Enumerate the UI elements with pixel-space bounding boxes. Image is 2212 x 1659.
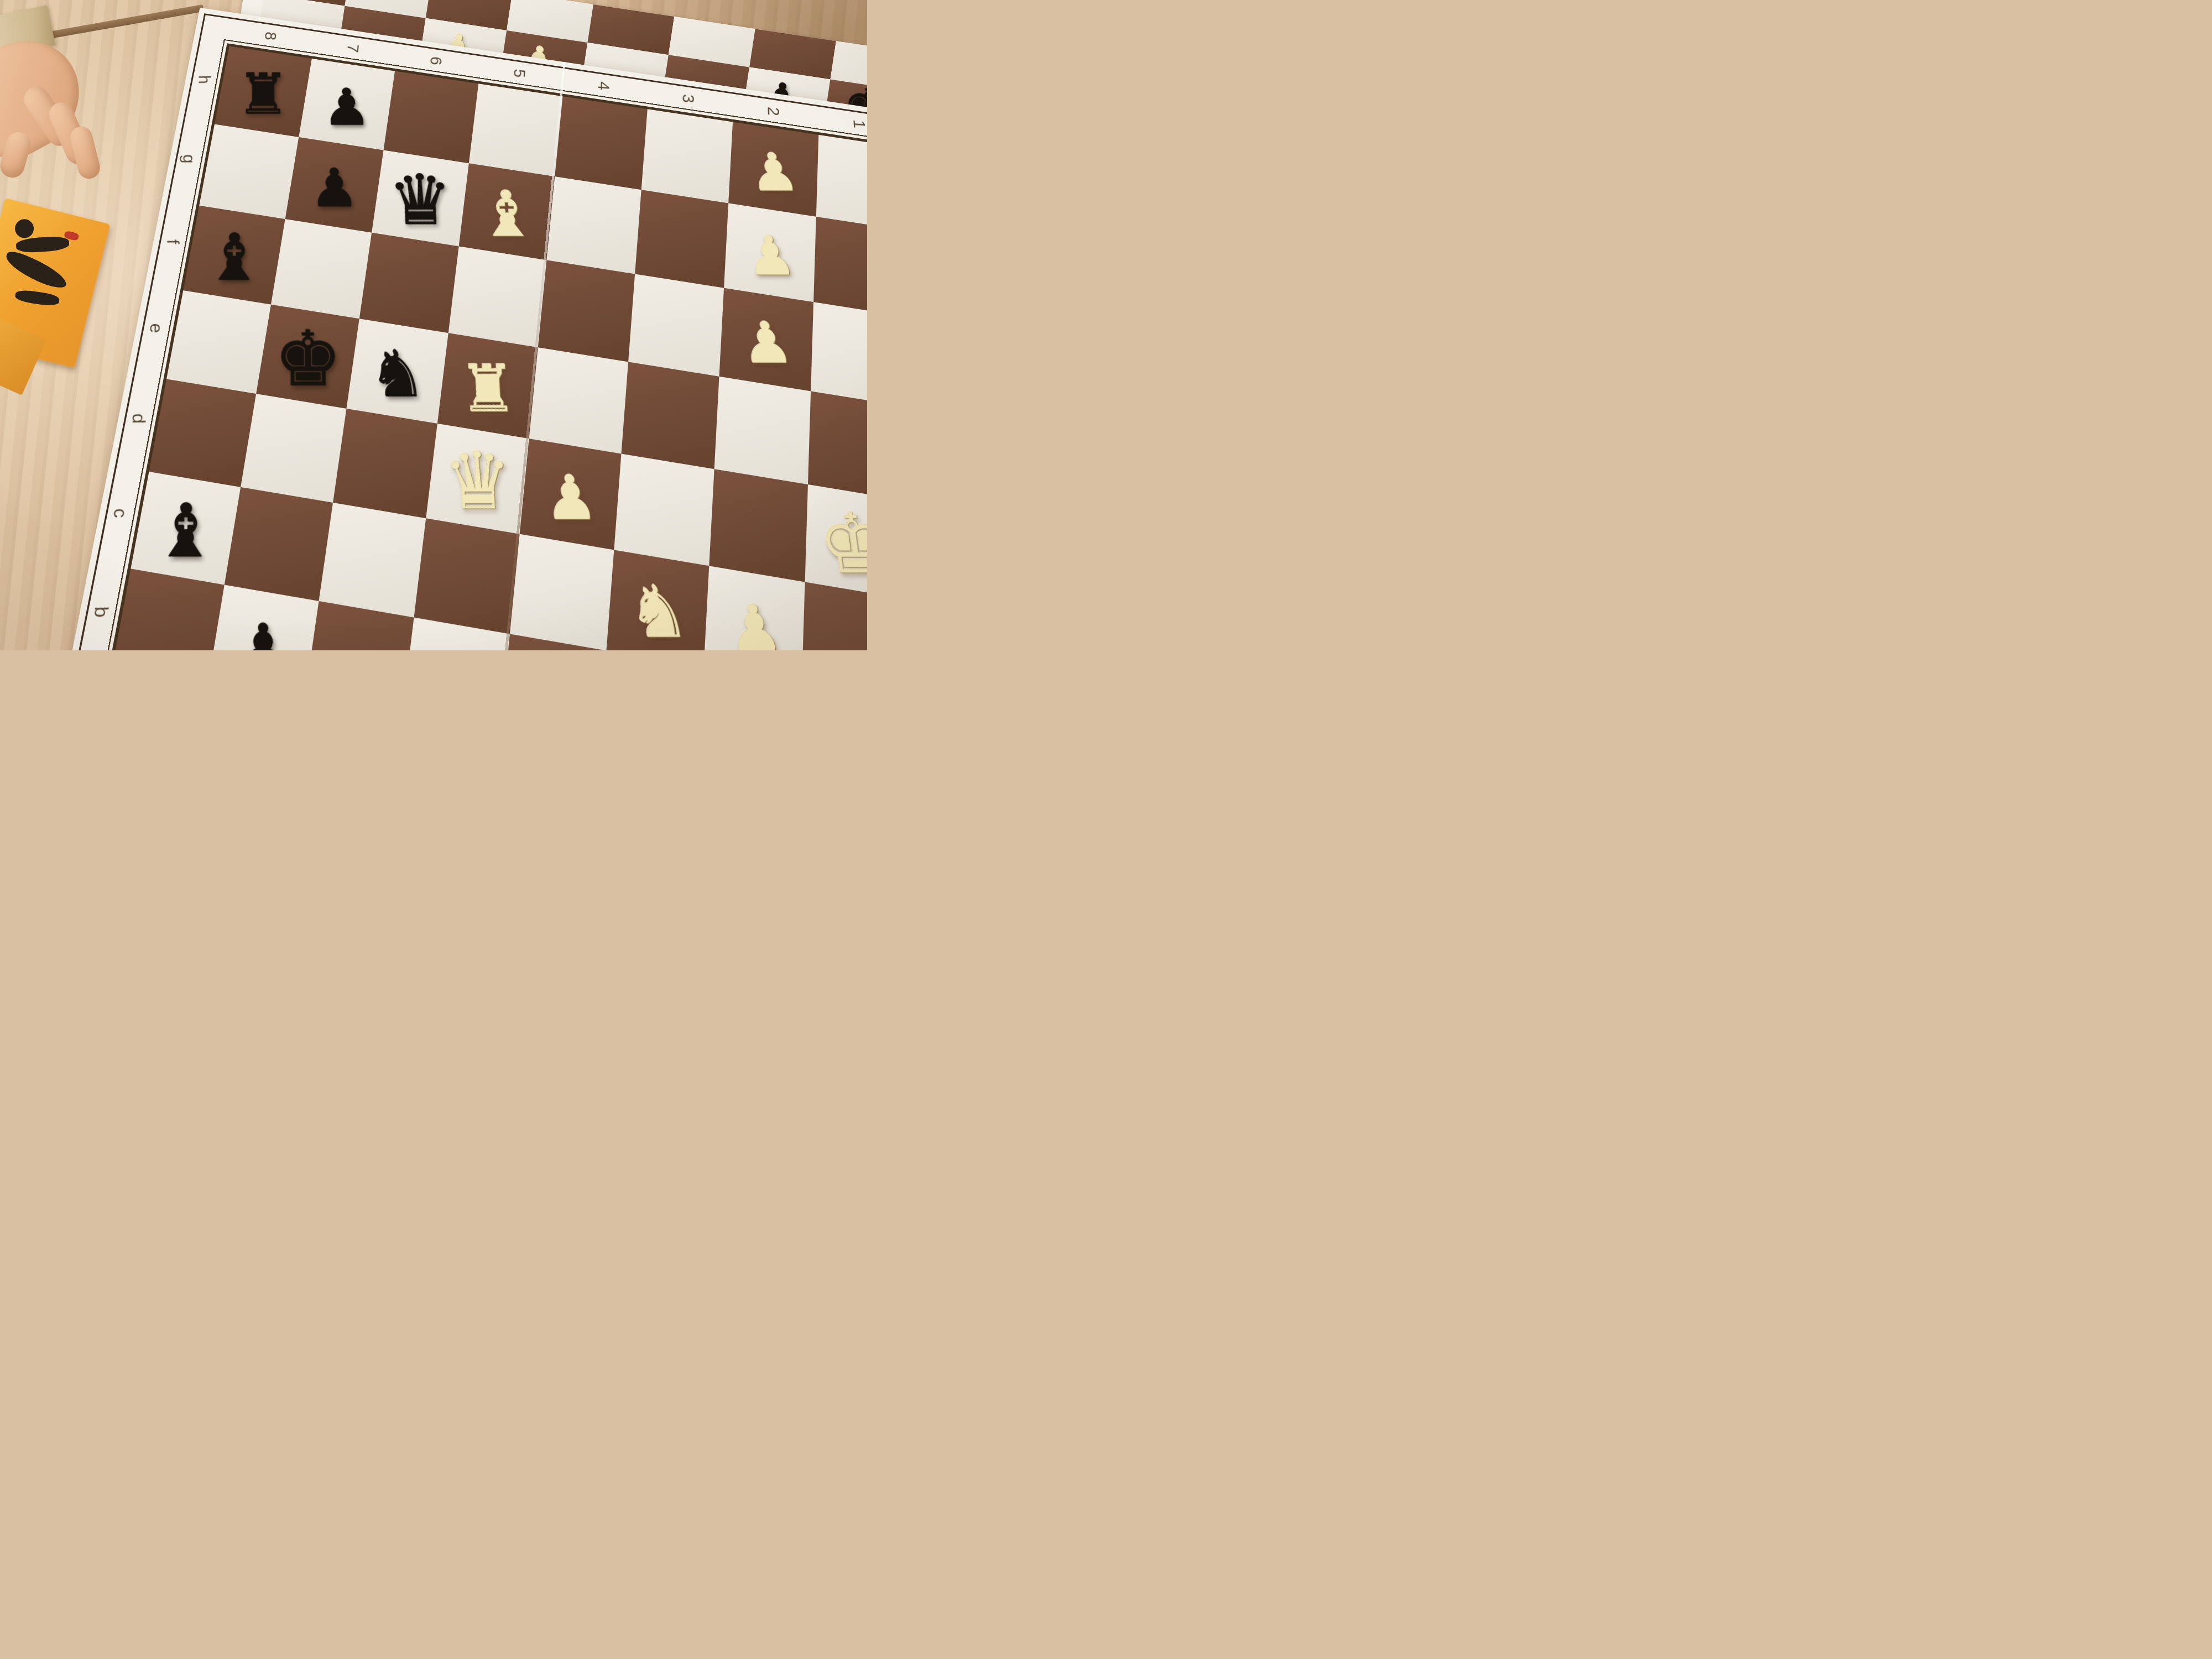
square-d6 — [333, 409, 437, 518]
square-d8 — [149, 379, 256, 487]
square-d7 — [241, 394, 346, 503]
square-f8: ♝ — [183, 206, 285, 305]
black-bishop-f8: ♝ — [204, 226, 264, 290]
square-f4 — [538, 260, 635, 362]
square-e3 — [622, 362, 719, 469]
black-queen-g6: ♛ — [387, 166, 454, 235]
white-pawn-g2: ♟ — [742, 229, 799, 283]
square-g4 — [546, 176, 641, 274]
white-pawn-d4: ♟ — [542, 467, 599, 528]
square-g7: ♟ — [285, 137, 384, 233]
square-d3 — [614, 454, 714, 566]
white-rook-e5: ♜ — [457, 356, 518, 421]
white-bishop-g5: ♝ — [476, 183, 538, 246]
black-pawn-b7: ♟ — [236, 615, 290, 650]
square-d4: ♟ — [520, 439, 622, 550]
square-h3 — [641, 109, 733, 203]
black-pawn-g7: ♟ — [310, 162, 359, 215]
square-c7 — [225, 487, 333, 601]
black-bishop-c8: ♝ — [153, 494, 218, 568]
square-g1 — [813, 217, 867, 316]
black-rook-h8: ♜ — [236, 66, 290, 122]
white-pawn-h2: ♟ — [747, 147, 802, 199]
square-h8: ♜ — [215, 46, 312, 137]
square-h5 — [469, 84, 563, 176]
square-e5: ♜ — [437, 333, 538, 439]
black-king-e7: ♚ — [274, 321, 342, 397]
square-g5: ♝ — [459, 163, 555, 260]
square-c3: ♞ — [607, 550, 709, 650]
square-f7 — [271, 219, 372, 319]
white-king-d1: ♚ — [813, 502, 867, 585]
square-h7: ♟ — [299, 59, 395, 150]
square-h4 — [555, 96, 648, 190]
white-queen-d5: ♛ — [442, 442, 514, 521]
booklet-print — [14, 289, 60, 307]
square-g2: ♟ — [724, 203, 816, 302]
square-c5 — [414, 518, 520, 634]
square-h2: ♟ — [728, 122, 818, 217]
square-e2 — [714, 377, 811, 484]
booklet-print — [13, 217, 35, 240]
square-e4 — [529, 347, 628, 453]
square-d1: ♚ — [805, 484, 867, 598]
square-f6 — [359, 233, 459, 333]
square-f5 — [448, 246, 547, 347]
square-d5: ♛ — [426, 424, 529, 534]
square-c4 — [510, 534, 614, 650]
square-c8: ♝ — [131, 472, 241, 585]
square-h6 — [384, 71, 479, 164]
square-e6: ♞ — [346, 319, 448, 424]
booklet-print — [2, 248, 70, 293]
square-g6: ♛ — [372, 150, 469, 247]
square-h1 — [816, 135, 867, 230]
white-knight-c3: ♞ — [625, 576, 692, 648]
white-pawn-f2: ♟ — [738, 315, 796, 371]
booklet-print — [15, 236, 70, 254]
square-f1 — [811, 302, 867, 406]
square-f3 — [628, 274, 724, 376]
square-d2 — [709, 469, 808, 582]
black-pawn-h7: ♟ — [322, 82, 371, 133]
square-g3 — [635, 190, 728, 288]
black-knight-e6: ♞ — [368, 342, 427, 406]
square-e7: ♚ — [256, 305, 359, 409]
square-f2: ♟ — [719, 288, 814, 392]
square-e8 — [166, 290, 271, 394]
white-pawn-c2: ♟ — [724, 596, 786, 650]
square-c6 — [319, 503, 426, 618]
square-g8 — [199, 124, 299, 220]
square-e1 — [808, 391, 867, 500]
